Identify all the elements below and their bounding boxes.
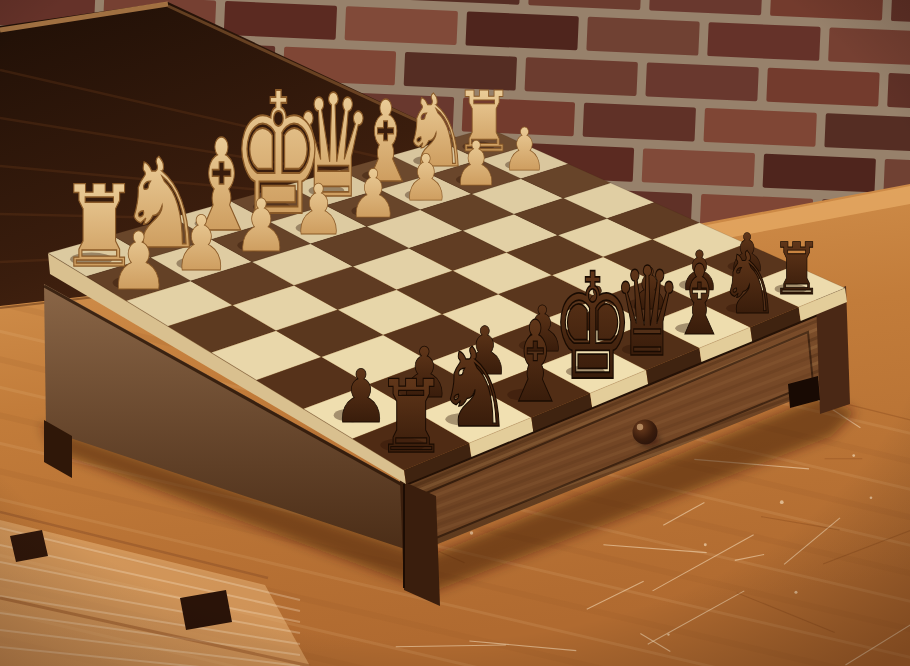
scene: ♜♞♟♝♟♛♟♚♟♝♟♞♟♜♟♟♟♟♜♟♞♟♝♟♛♟♚♟♝♟♞♜ — [0, 0, 910, 666]
vignette-overlay — [0, 0, 910, 666]
photo-canvas: ♜♞♟♝♟♛♟♚♟♝♟♞♟♜♟♟♟♟♜♟♞♟♝♟♛♟♚♟♝♟♞♜ — [0, 0, 910, 666]
